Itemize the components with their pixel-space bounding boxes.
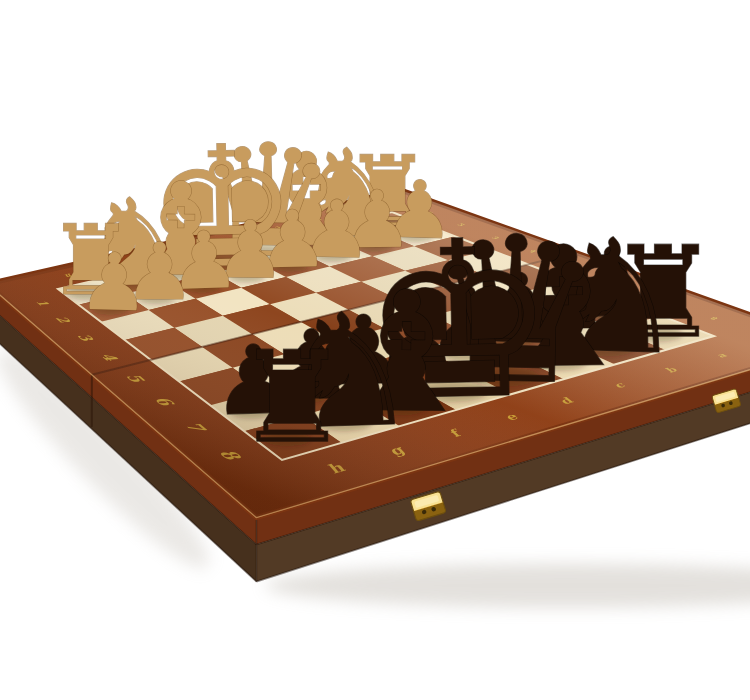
piece-white-pawn-h2[interactable]: ♟	[77, 236, 151, 330]
piece-black-rook-h8[interactable]: ♜	[236, 324, 349, 471]
ground-shadow	[265, 564, 750, 608]
product-photo-scene: 1aa12bb23cc34dd45ee56ff67gg78hh8♜♞♝♛♚♝♞♜…	[0, 0, 750, 700]
chess-board-photo: 1aa12bb23cc34dd45ee56ff67gg78hh8♜♞♝♛♚♝♞♜…	[0, 0, 750, 700]
